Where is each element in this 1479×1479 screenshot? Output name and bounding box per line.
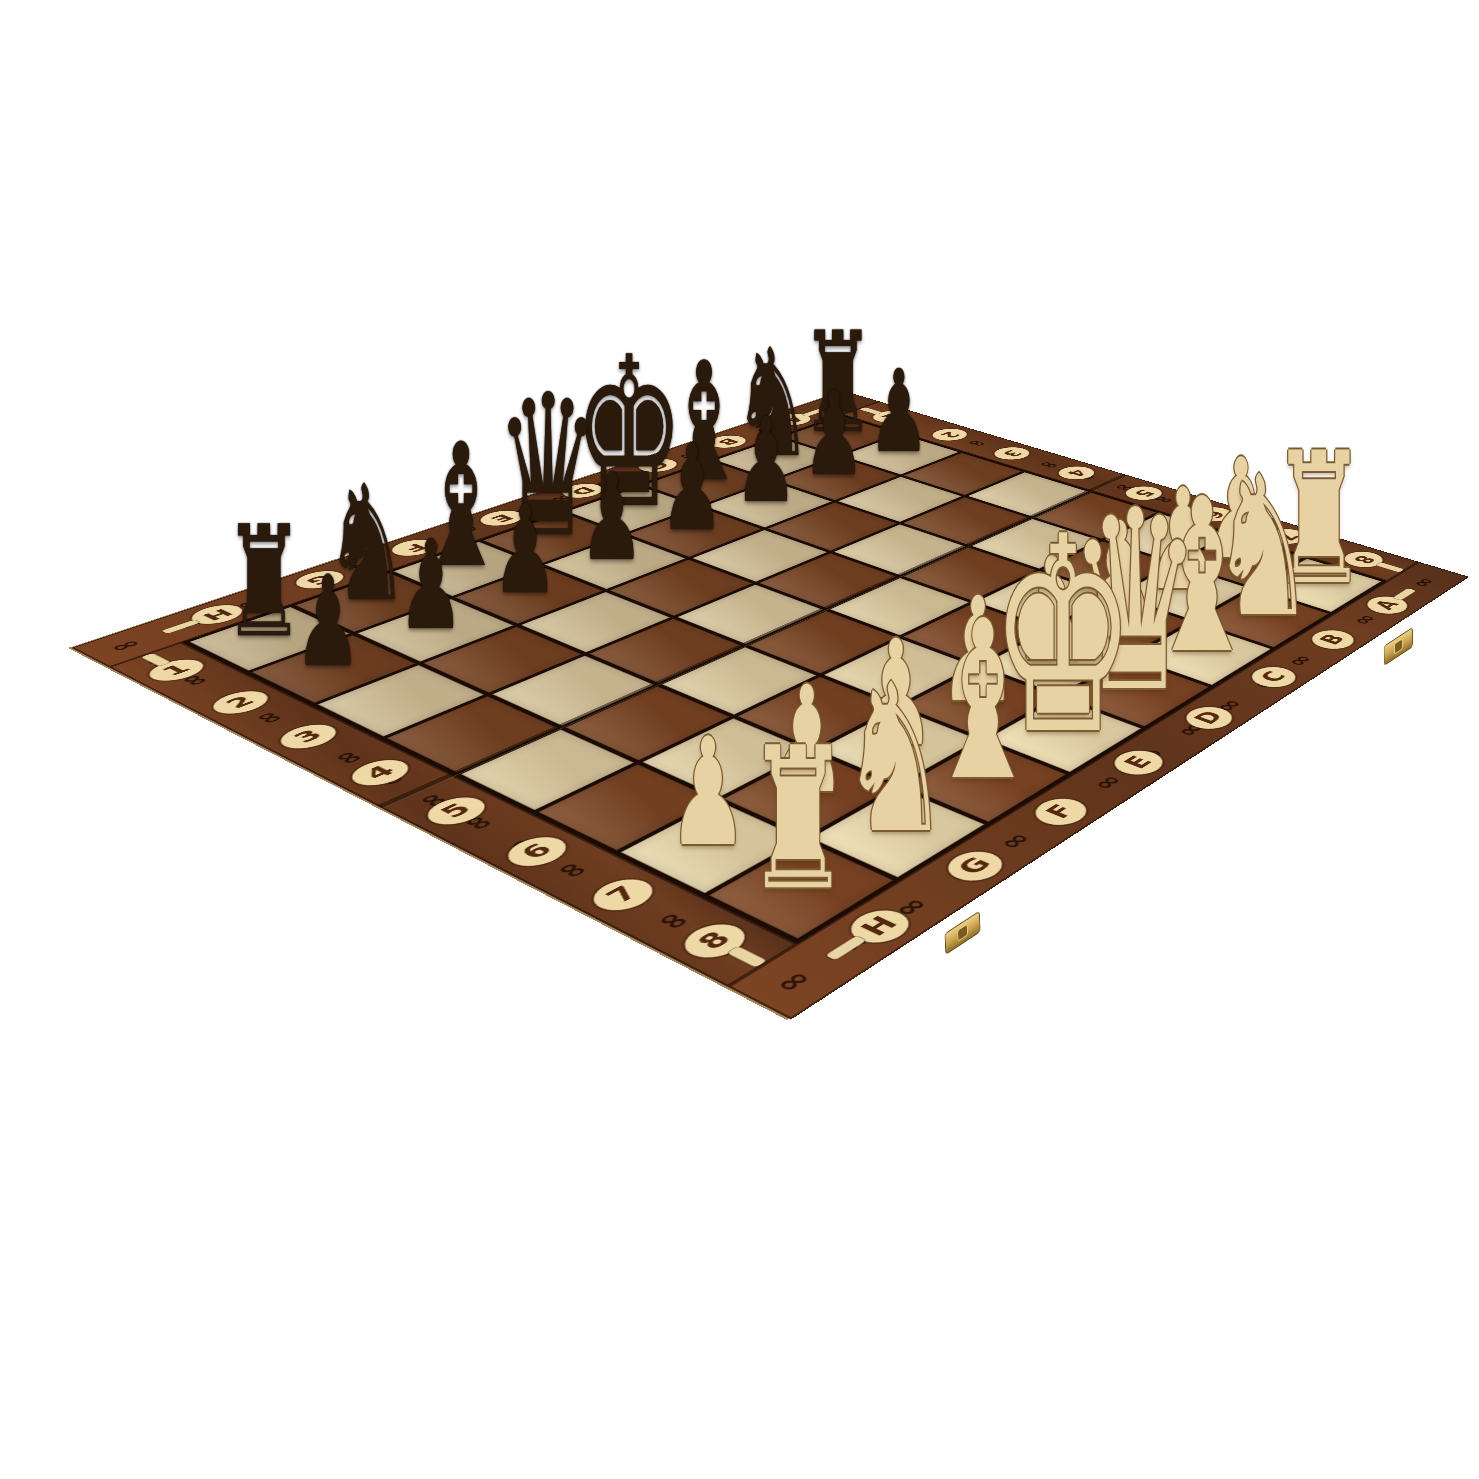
- product-photo: ∞ ∞ ∞ ∞ ∞ ∞ ∞ ∞ ∞ ∞ ∞ ∞ ∞ ∞ ∞ ∞ ∞ ∞ ∞ ∞ …: [0, 0, 1479, 1479]
- piece-dark-pawn-b2: ♟: [803, 378, 865, 494]
- piece-light-knight-g8: ♞: [840, 657, 950, 862]
- piece-dark-pawn-e2: ♟: [579, 458, 644, 578]
- piece-dark-pawn-d2: ♟: [660, 429, 724, 548]
- piece-light-rook-h8: ♜: [746, 722, 851, 918]
- piece-light-pawn-h7: ♟: [668, 719, 748, 868]
- piece-dark-pawn-f2: ♟: [492, 489, 558, 611]
- piece-dark-pawn-h2: ♟: [294, 561, 361, 686]
- piece-dark-pawn-c2: ♟: [734, 402, 797, 519]
- piece-dark-pawn-g2: ♟: [397, 523, 464, 647]
- pieces-layer: ♜♞♝♛♚♝♞♜♟♟♟♟♟♟♟♟♟♟♟♟♟♟♟♟♜♞♝♚♛♝♞♜: [0, 0, 1479, 1479]
- piece-dark-pawn-a2: ♟: [868, 355, 929, 469]
- piece-dark-rook-h1: ♜: [223, 506, 305, 659]
